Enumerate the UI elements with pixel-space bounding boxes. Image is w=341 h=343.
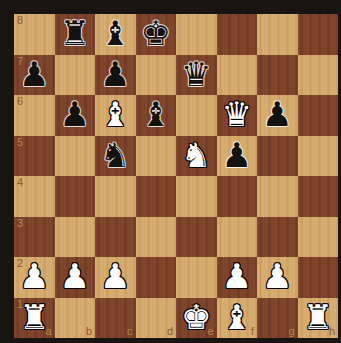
chess-board: 8♜♝♚7♟♟♛6♟♝♝♛♟5♞♞♟432♟♟♟♟♟1a♜bcde♚f♝gh♜: [14, 14, 338, 338]
rank-label-5: 5: [17, 137, 23, 148]
rank-label-8: 8: [17, 15, 23, 26]
file-label-c: c: [127, 326, 133, 337]
square-c4[interactable]: [95, 176, 136, 217]
square-d3[interactable]: [136, 217, 177, 258]
square-d2[interactable]: [136, 257, 177, 298]
square-d7[interactable]: [136, 55, 177, 96]
square-e6[interactable]: [176, 95, 217, 136]
square-f3[interactable]: [217, 217, 258, 258]
piece-black-rook-b8[interactable]: ♜: [60, 16, 90, 50]
piece-black-bishop-d6[interactable]: ♝: [141, 97, 171, 131]
piece-white-pawn-b2[interactable]: ♟: [60, 259, 90, 293]
square-f6[interactable]: ♛: [217, 95, 258, 136]
square-b5[interactable]: [55, 136, 96, 177]
piece-white-king-e1[interactable]: ♚: [181, 300, 211, 334]
piece-black-pawn-a7[interactable]: ♟: [19, 57, 49, 91]
square-c7[interactable]: ♟: [95, 55, 136, 96]
square-f7[interactable]: [217, 55, 258, 96]
square-b4[interactable]: [55, 176, 96, 217]
rank-label-4: 4: [17, 177, 23, 188]
square-d8[interactable]: ♚: [136, 14, 177, 55]
piece-white-rook-h1[interactable]: ♜: [303, 300, 333, 334]
piece-black-queen-e7[interactable]: ♛: [181, 57, 211, 91]
square-e8[interactable]: [176, 14, 217, 55]
square-b7[interactable]: [55, 55, 96, 96]
square-e2[interactable]: [176, 257, 217, 298]
square-e4[interactable]: [176, 176, 217, 217]
square-h3[interactable]: [298, 217, 339, 258]
square-h5[interactable]: [298, 136, 339, 177]
square-h4[interactable]: [298, 176, 339, 217]
square-e1[interactable]: e♚: [176, 298, 217, 339]
square-f8[interactable]: [217, 14, 258, 55]
square-h8[interactable]: [298, 14, 339, 55]
square-f2[interactable]: ♟: [217, 257, 258, 298]
square-h7[interactable]: [298, 55, 339, 96]
square-b3[interactable]: [55, 217, 96, 258]
square-c3[interactable]: [95, 217, 136, 258]
piece-white-bishop-f1[interactable]: ♝: [222, 300, 252, 334]
piece-white-pawn-c2[interactable]: ♟: [100, 259, 130, 293]
square-a8[interactable]: 8: [14, 14, 55, 55]
piece-black-pawn-g6[interactable]: ♟: [262, 97, 292, 131]
square-c5[interactable]: ♞: [95, 136, 136, 177]
square-h2[interactable]: [298, 257, 339, 298]
square-a1[interactable]: 1a♜: [14, 298, 55, 339]
square-b8[interactable]: ♜: [55, 14, 96, 55]
square-f1[interactable]: f♝: [217, 298, 258, 339]
square-d6[interactable]: ♝: [136, 95, 177, 136]
square-b1[interactable]: b: [55, 298, 96, 339]
piece-white-pawn-a2[interactable]: ♟: [19, 259, 49, 293]
square-g2[interactable]: ♟: [257, 257, 298, 298]
piece-white-pawn-g2[interactable]: ♟: [262, 259, 292, 293]
file-label-d: d: [167, 326, 173, 337]
piece-white-knight-e5[interactable]: ♞: [181, 138, 211, 172]
square-f5[interactable]: ♟: [217, 136, 258, 177]
piece-black-king-d8[interactable]: ♚: [141, 16, 171, 50]
square-c6[interactable]: ♝: [95, 95, 136, 136]
square-d4[interactable]: [136, 176, 177, 217]
piece-black-knight-c5[interactable]: ♞: [100, 138, 130, 172]
piece-white-pawn-f2[interactable]: ♟: [222, 259, 252, 293]
square-g4[interactable]: [257, 176, 298, 217]
file-label-b: b: [86, 326, 92, 337]
square-c1[interactable]: c: [95, 298, 136, 339]
square-a4[interactable]: 4: [14, 176, 55, 217]
square-c2[interactable]: ♟: [95, 257, 136, 298]
square-a5[interactable]: 5: [14, 136, 55, 177]
square-d1[interactable]: d: [136, 298, 177, 339]
square-g1[interactable]: g: [257, 298, 298, 339]
piece-black-pawn-f5[interactable]: ♟: [222, 138, 252, 172]
square-a6[interactable]: 6: [14, 95, 55, 136]
piece-white-bishop-c6[interactable]: ♝: [100, 97, 130, 131]
square-c8[interactable]: ♝: [95, 14, 136, 55]
square-h1[interactable]: h♜: [298, 298, 339, 339]
square-e7[interactable]: ♛: [176, 55, 217, 96]
piece-black-pawn-c7[interactable]: ♟: [100, 57, 130, 91]
square-a7[interactable]: 7♟: [14, 55, 55, 96]
square-g3[interactable]: [257, 217, 298, 258]
rank-label-6: 6: [17, 96, 23, 107]
piece-white-queen-f6[interactable]: ♛: [222, 97, 252, 131]
square-a2[interactable]: 2♟: [14, 257, 55, 298]
square-a3[interactable]: 3: [14, 217, 55, 258]
square-g6[interactable]: ♟: [257, 95, 298, 136]
file-label-g: g: [288, 326, 294, 337]
square-e5[interactable]: ♞: [176, 136, 217, 177]
square-b6[interactable]: ♟: [55, 95, 96, 136]
square-g7[interactable]: [257, 55, 298, 96]
piece-black-bishop-c8[interactable]: ♝: [100, 16, 130, 50]
square-d5[interactable]: [136, 136, 177, 177]
rank-label-3: 3: [17, 218, 23, 229]
square-g8[interactable]: [257, 14, 298, 55]
square-e3[interactable]: [176, 217, 217, 258]
square-g5[interactable]: [257, 136, 298, 177]
piece-white-rook-a1[interactable]: ♜: [19, 300, 49, 334]
square-f4[interactable]: [217, 176, 258, 217]
piece-black-pawn-b6[interactable]: ♟: [60, 97, 90, 131]
square-b2[interactable]: ♟: [55, 257, 96, 298]
square-h6[interactable]: [298, 95, 339, 136]
